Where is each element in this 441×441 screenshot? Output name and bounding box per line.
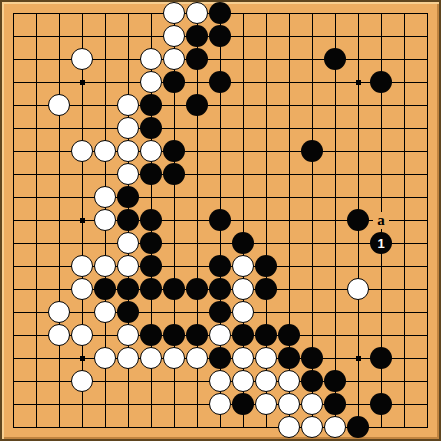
black-stone: [324, 370, 346, 392]
black-stone: [163, 140, 185, 162]
white-stone: [48, 301, 70, 323]
white-stone: [232, 255, 254, 277]
black-stone: [278, 324, 300, 346]
black-stone: [255, 278, 277, 300]
white-stone: [163, 48, 185, 70]
black-stone: [209, 2, 231, 24]
white-stone: [94, 255, 116, 277]
white-stone: [301, 393, 323, 415]
black-stone: [301, 140, 323, 162]
black-stone: [140, 255, 162, 277]
black-stone: [255, 255, 277, 277]
white-stone: [232, 370, 254, 392]
white-stone: [117, 324, 139, 346]
white-stone: [48, 94, 70, 116]
white-stone: [71, 370, 93, 392]
white-stone: [163, 347, 185, 369]
white-stone: [71, 140, 93, 162]
black-stone: [117, 186, 139, 208]
white-stone: [278, 370, 300, 392]
white-stone: [94, 301, 116, 323]
black-stone: [370, 347, 392, 369]
white-stone: [117, 255, 139, 277]
black-stone: [186, 25, 208, 47]
white-stone: [186, 2, 208, 24]
white-stone: [48, 324, 70, 346]
white-stone: [324, 416, 346, 438]
black-stone: [278, 347, 300, 369]
black-stone: [163, 324, 185, 346]
black-stone: [209, 71, 231, 93]
black-stone: [324, 48, 346, 70]
white-stone: [209, 370, 231, 392]
white-stone: [232, 301, 254, 323]
white-stone: [71, 324, 93, 346]
black-stone: [370, 393, 392, 415]
white-stone: [301, 416, 323, 438]
black-stone: [232, 393, 254, 415]
black-stone: [232, 232, 254, 254]
white-stone: [232, 347, 254, 369]
black-stone: [163, 71, 185, 93]
star-point: [356, 80, 361, 85]
black-stone: [140, 209, 162, 231]
white-stone: [255, 370, 277, 392]
white-stone: [278, 393, 300, 415]
black-stone: [347, 209, 369, 231]
white-stone: [140, 48, 162, 70]
white-stone: [117, 94, 139, 116]
black-stone: [140, 278, 162, 300]
black-stone: [94, 278, 116, 300]
white-stone: [140, 140, 162, 162]
white-stone: [71, 48, 93, 70]
white-stone: [117, 117, 139, 139]
black-stone: [209, 278, 231, 300]
white-stone: [94, 347, 116, 369]
white-stone: [209, 324, 231, 346]
white-stone: [278, 416, 300, 438]
black-stone: [117, 278, 139, 300]
star-point: [80, 356, 85, 361]
black-stone: [255, 324, 277, 346]
white-stone: [232, 278, 254, 300]
go-diagram: a1: [0, 0, 441, 441]
star-point: [356, 356, 361, 361]
black-stone: [209, 25, 231, 47]
white-stone: [71, 255, 93, 277]
black-stone: [186, 48, 208, 70]
white-stone: [94, 186, 116, 208]
black-stone: [117, 209, 139, 231]
black-stone: [301, 347, 323, 369]
white-stone: [71, 278, 93, 300]
black-stone: [140, 117, 162, 139]
black-stone: [232, 324, 254, 346]
white-stone: [186, 347, 208, 369]
black-stone: [186, 278, 208, 300]
go-board: a1: [0, 0, 441, 441]
white-stone: [255, 347, 277, 369]
black-stone: [209, 209, 231, 231]
black-stone: [140, 94, 162, 116]
white-stone: [94, 140, 116, 162]
white-stone: [163, 25, 185, 47]
black-stone: [209, 347, 231, 369]
white-stone: [117, 140, 139, 162]
black-stone: [163, 163, 185, 185]
star-point: [80, 80, 85, 85]
white-stone: [255, 393, 277, 415]
white-stone: [163, 2, 185, 24]
black-stone: [209, 255, 231, 277]
white-stone: [140, 347, 162, 369]
black-stone: [163, 278, 185, 300]
star-point: [80, 218, 85, 223]
white-stone: [209, 393, 231, 415]
white-stone: [94, 209, 116, 231]
white-stone: [117, 163, 139, 185]
black-stone: [140, 163, 162, 185]
black-stone: [186, 94, 208, 116]
point-label-a: a: [373, 212, 389, 229]
black-stone-move-1: 1: [370, 232, 392, 254]
black-stone: [186, 324, 208, 346]
black-stone: [301, 370, 323, 392]
white-stone: [117, 232, 139, 254]
white-stone: [347, 278, 369, 300]
black-stone: [324, 393, 346, 415]
black-stone: [140, 232, 162, 254]
black-stone: [140, 324, 162, 346]
black-stone: [209, 301, 231, 323]
white-stone: [140, 71, 162, 93]
black-stone: [347, 416, 369, 438]
black-stone: [117, 301, 139, 323]
white-stone: [117, 347, 139, 369]
black-stone: [370, 71, 392, 93]
